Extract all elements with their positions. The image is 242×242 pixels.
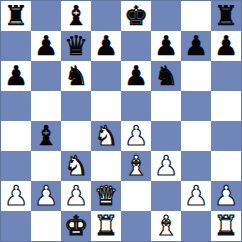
square-c4[interactable] bbox=[61, 121, 91, 151]
square-b2[interactable]: ♟ bbox=[31, 181, 61, 211]
piece-black-pawn[interactable]: ♟ bbox=[214, 31, 238, 61]
square-c7[interactable]: ♛ bbox=[61, 31, 91, 61]
square-b7[interactable]: ♟ bbox=[31, 31, 61, 61]
square-d2[interactable]: ♛ bbox=[91, 181, 121, 211]
square-b8[interactable] bbox=[31, 1, 61, 31]
square-a7[interactable] bbox=[1, 31, 31, 61]
piece-black-queen[interactable]: ♛ bbox=[64, 31, 88, 61]
square-b1[interactable] bbox=[31, 211, 61, 241]
square-d4[interactable]: ♞ bbox=[91, 121, 121, 151]
square-a4[interactable] bbox=[1, 121, 31, 151]
square-g1[interactable] bbox=[181, 211, 211, 241]
piece-black-pawn[interactable]: ♟ bbox=[184, 31, 208, 61]
square-g8[interactable] bbox=[181, 1, 211, 31]
square-h7[interactable]: ♟ bbox=[211, 31, 241, 61]
piece-black-pawn[interactable]: ♟ bbox=[4, 61, 28, 91]
square-c3[interactable]: ♞ bbox=[61, 151, 91, 181]
square-h6[interactable] bbox=[211, 61, 241, 91]
square-e3[interactable]: ♝ bbox=[121, 151, 151, 181]
square-c1[interactable]: ♚ bbox=[61, 211, 91, 241]
piece-white-bishop[interactable]: ♝ bbox=[154, 211, 178, 241]
piece-black-knight[interactable]: ♞ bbox=[154, 61, 178, 91]
piece-white-knight[interactable]: ♞ bbox=[94, 121, 118, 151]
piece-white-knight[interactable]: ♞ bbox=[64, 151, 88, 181]
square-f8[interactable] bbox=[151, 1, 181, 31]
square-d8[interactable] bbox=[91, 1, 121, 31]
square-c2[interactable]: ♟ bbox=[61, 181, 91, 211]
piece-white-rook[interactable]: ♜ bbox=[94, 211, 118, 241]
square-f6[interactable]: ♞ bbox=[151, 61, 181, 91]
square-g7[interactable]: ♟ bbox=[181, 31, 211, 61]
square-e2[interactable] bbox=[121, 181, 151, 211]
square-e5[interactable] bbox=[121, 91, 151, 121]
square-h8[interactable]: ♜ bbox=[211, 1, 241, 31]
piece-black-pawn[interactable]: ♟ bbox=[34, 31, 58, 61]
square-f2[interactable] bbox=[151, 181, 181, 211]
square-d6[interactable] bbox=[91, 61, 121, 91]
square-c8[interactable]: ♝ bbox=[61, 1, 91, 31]
chess-board: ♜♝♚♜♟♛♟♟♟♟♟♞♟♞♝♞♟♞♝♟♟♟♟♛♟♟♚♜♝♜ bbox=[0, 0, 242, 242]
piece-black-rook[interactable]: ♜ bbox=[214, 1, 238, 31]
piece-black-bishop[interactable]: ♝ bbox=[64, 1, 88, 31]
square-g6[interactable] bbox=[181, 61, 211, 91]
square-h4[interactable] bbox=[211, 121, 241, 151]
piece-black-rook[interactable]: ♜ bbox=[4, 1, 28, 31]
square-g2[interactable]: ♟ bbox=[181, 181, 211, 211]
piece-white-pawn[interactable]: ♟ bbox=[64, 181, 88, 211]
square-c5[interactable] bbox=[61, 91, 91, 121]
square-b4[interactable]: ♝ bbox=[31, 121, 61, 151]
square-a3[interactable] bbox=[1, 151, 31, 181]
square-f4[interactable] bbox=[151, 121, 181, 151]
square-h3[interactable] bbox=[211, 151, 241, 181]
piece-black-pawn[interactable]: ♟ bbox=[124, 61, 148, 91]
square-g5[interactable] bbox=[181, 91, 211, 121]
piece-black-bishop[interactable]: ♝ bbox=[34, 121, 58, 151]
square-d3[interactable] bbox=[91, 151, 121, 181]
square-b6[interactable] bbox=[31, 61, 61, 91]
square-c6[interactable]: ♞ bbox=[61, 61, 91, 91]
square-a6[interactable]: ♟ bbox=[1, 61, 31, 91]
square-h1[interactable]: ♜ bbox=[211, 211, 241, 241]
piece-black-king[interactable]: ♚ bbox=[124, 1, 148, 31]
piece-black-pawn[interactable]: ♟ bbox=[94, 31, 118, 61]
piece-white-rook[interactable]: ♜ bbox=[214, 211, 238, 241]
square-e4[interactable]: ♟ bbox=[121, 121, 151, 151]
piece-white-king[interactable]: ♚ bbox=[64, 211, 88, 241]
square-f3[interactable]: ♟ bbox=[151, 151, 181, 181]
piece-white-pawn[interactable]: ♟ bbox=[124, 121, 148, 151]
square-e7[interactable] bbox=[121, 31, 151, 61]
square-b5[interactable] bbox=[31, 91, 61, 121]
square-g3[interactable] bbox=[181, 151, 211, 181]
square-d1[interactable]: ♜ bbox=[91, 211, 121, 241]
piece-white-pawn[interactable]: ♟ bbox=[214, 181, 238, 211]
piece-white-pawn[interactable]: ♟ bbox=[184, 181, 208, 211]
square-a5[interactable] bbox=[1, 91, 31, 121]
piece-black-pawn[interactable]: ♟ bbox=[154, 31, 178, 61]
piece-white-pawn[interactable]: ♟ bbox=[154, 151, 178, 181]
square-g4[interactable] bbox=[181, 121, 211, 151]
square-e6[interactable]: ♟ bbox=[121, 61, 151, 91]
square-d7[interactable]: ♟ bbox=[91, 31, 121, 61]
piece-white-bishop[interactable]: ♝ bbox=[124, 151, 148, 181]
square-a2[interactable]: ♟ bbox=[1, 181, 31, 211]
square-a1[interactable] bbox=[1, 211, 31, 241]
square-f1[interactable]: ♝ bbox=[151, 211, 181, 241]
square-b3[interactable] bbox=[31, 151, 61, 181]
piece-white-pawn[interactable]: ♟ bbox=[4, 181, 28, 211]
square-a8[interactable]: ♜ bbox=[1, 1, 31, 31]
square-e1[interactable] bbox=[121, 211, 151, 241]
piece-white-pawn[interactable]: ♟ bbox=[34, 181, 58, 211]
piece-white-queen[interactable]: ♛ bbox=[94, 181, 118, 211]
square-h5[interactable] bbox=[211, 91, 241, 121]
square-h2[interactable]: ♟ bbox=[211, 181, 241, 211]
square-f7[interactable]: ♟ bbox=[151, 31, 181, 61]
piece-black-knight[interactable]: ♞ bbox=[64, 61, 88, 91]
square-e8[interactable]: ♚ bbox=[121, 1, 151, 31]
square-f5[interactable] bbox=[151, 91, 181, 121]
square-d5[interactable] bbox=[91, 91, 121, 121]
